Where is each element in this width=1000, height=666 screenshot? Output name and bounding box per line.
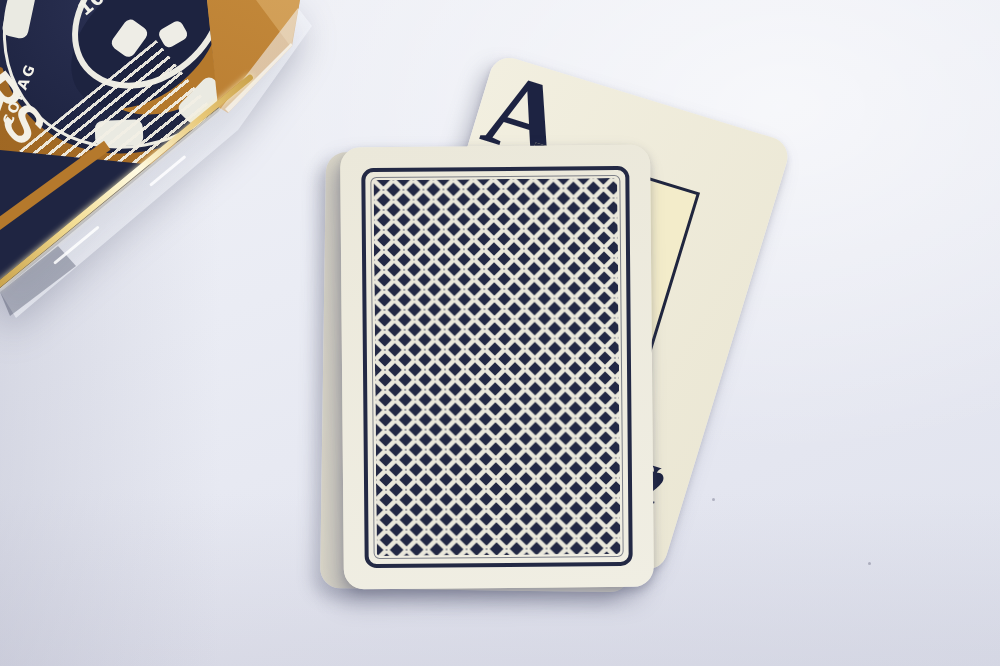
- card-back-pattern: [373, 178, 620, 556]
- table-scene: 100 COPAG RS A A: [0, 0, 1000, 666]
- top-face-down-card[interactable]: [340, 145, 654, 590]
